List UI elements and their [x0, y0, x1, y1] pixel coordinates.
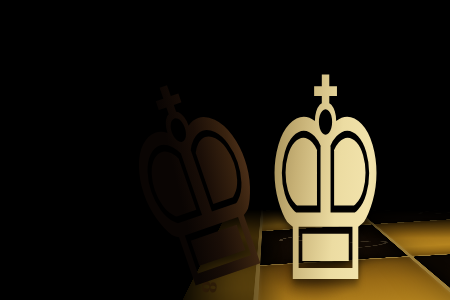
white-king-piece: ♚	[260, 42, 391, 300]
chess-photo-scene: 8 ♚ ♚	[0, 0, 450, 300]
